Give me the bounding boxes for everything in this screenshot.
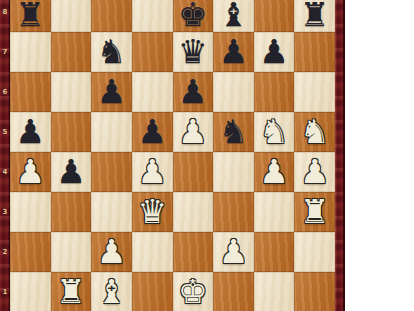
rank-label-8: 8 — [0, 0, 10, 32]
black-pawn-b4[interactable]: ♟ — [51, 152, 92, 192]
white-bishop-c1[interactable]: ♝ — [91, 272, 132, 311]
black-queen-e7[interactable]: ♛ — [173, 32, 214, 72]
square-d8[interactable] — [132, 0, 173, 32]
white-pawn-g4[interactable]: ♟ — [254, 152, 295, 192]
square-c6[interactable]: ♟ — [91, 72, 132, 112]
white-pawn-f2[interactable]: ♟ — [213, 232, 254, 272]
black-pawn-g7[interactable]: ♟ — [254, 32, 295, 72]
square-g3[interactable] — [254, 192, 295, 232]
square-c7[interactable]: ♞ — [91, 32, 132, 72]
square-f1[interactable] — [213, 272, 254, 311]
black-pawn-d5[interactable]: ♟ — [132, 112, 173, 152]
square-b3[interactable] — [51, 192, 92, 232]
square-f7[interactable]: ♟ — [213, 32, 254, 72]
white-rook-h3[interactable]: ♜ — [294, 192, 335, 232]
square-c5[interactable] — [91, 112, 132, 152]
square-d7[interactable] — [132, 32, 173, 72]
square-a5[interactable]: ♟ — [10, 112, 51, 152]
square-d3[interactable]: ♛ — [132, 192, 173, 232]
square-e5[interactable]: ♟ — [173, 112, 214, 152]
square-c8[interactable] — [91, 0, 132, 32]
square-a3[interactable] — [10, 192, 51, 232]
white-knight-g5[interactable]: ♞ — [254, 112, 295, 152]
square-f8[interactable]: ♝ — [213, 0, 254, 32]
white-king-e1[interactable]: ♚ — [173, 272, 214, 311]
rank-label-1: 1 — [0, 272, 10, 311]
black-rook-h8[interactable]: ♜ — [294, 0, 335, 35]
chess-diagram: 87654321 ♜♚♝♜♞♛♟♟♟♟♟♟♟♞♞♞♟♟♟♟♟♛♜♟♟♜♝♚ — [0, 0, 414, 311]
square-d5[interactable]: ♟ — [132, 112, 173, 152]
square-f5[interactable]: ♞ — [213, 112, 254, 152]
square-b1[interactable]: ♜ — [51, 272, 92, 311]
square-d4[interactable]: ♟ — [132, 152, 173, 192]
square-e4[interactable] — [173, 152, 214, 192]
square-e6[interactable]: ♟ — [173, 72, 214, 112]
square-b5[interactable] — [51, 112, 92, 152]
square-d6[interactable] — [132, 72, 173, 112]
square-e1[interactable]: ♚ — [173, 272, 214, 311]
black-knight-f5[interactable]: ♞ — [213, 112, 254, 152]
chess-board: ♜♚♝♜♞♛♟♟♟♟♟♟♟♞♞♞♟♟♟♟♟♛♜♟♟♜♝♚ — [10, 0, 335, 311]
white-knight-h5[interactable]: ♞ — [294, 112, 335, 152]
square-b8[interactable] — [51, 0, 92, 32]
black-pawn-e6[interactable]: ♟ — [173, 72, 214, 112]
white-rook-b1[interactable]: ♜ — [51, 272, 92, 311]
black-king-e8[interactable]: ♚ — [173, 0, 214, 35]
square-e7[interactable]: ♛ — [173, 32, 214, 72]
rank-label-6: 6 — [0, 72, 10, 112]
square-g8[interactable] — [254, 0, 295, 32]
square-b6[interactable] — [51, 72, 92, 112]
square-h3[interactable]: ♜ — [294, 192, 335, 232]
black-knight-c7[interactable]: ♞ — [91, 32, 132, 72]
white-pawn-h4[interactable]: ♟ — [294, 152, 335, 192]
square-g6[interactable] — [254, 72, 295, 112]
square-c1[interactable]: ♝ — [91, 272, 132, 311]
square-h5[interactable]: ♞ — [294, 112, 335, 152]
square-a6[interactable] — [10, 72, 51, 112]
square-c3[interactable] — [91, 192, 132, 232]
square-g4[interactable]: ♟ — [254, 152, 295, 192]
square-h6[interactable] — [294, 72, 335, 112]
square-g5[interactable]: ♞ — [254, 112, 295, 152]
square-h8[interactable]: ♜ — [294, 0, 335, 32]
rank-label-7: 7 — [0, 32, 10, 72]
rank-label-3: 3 — [0, 192, 10, 232]
square-g1[interactable] — [254, 272, 295, 311]
rank-label-4: 4 — [0, 152, 10, 192]
square-a2[interactable] — [10, 232, 51, 272]
rank-label-5: 5 — [0, 112, 10, 152]
black-pawn-f7[interactable]: ♟ — [213, 32, 254, 72]
rank-labels: 87654321 — [0, 0, 10, 311]
white-queen-d3[interactable]: ♛ — [132, 192, 173, 232]
black-bishop-f8[interactable]: ♝ — [213, 0, 254, 35]
square-g2[interactable] — [254, 232, 295, 272]
black-rook-a8[interactable]: ♜ — [10, 0, 51, 35]
square-f4[interactable] — [213, 152, 254, 192]
square-d2[interactable] — [132, 232, 173, 272]
square-f2[interactable]: ♟ — [213, 232, 254, 272]
square-e2[interactable] — [173, 232, 214, 272]
square-b2[interactable] — [51, 232, 92, 272]
white-pawn-c2[interactable]: ♟ — [91, 232, 132, 272]
square-h4[interactable]: ♟ — [294, 152, 335, 192]
square-c4[interactable] — [91, 152, 132, 192]
white-pawn-d4[interactable]: ♟ — [132, 152, 173, 192]
square-a1[interactable] — [10, 272, 51, 311]
rank-label-2: 2 — [0, 232, 10, 272]
black-pawn-a5[interactable]: ♟ — [10, 112, 51, 152]
board-frame-right — [335, 0, 345, 311]
square-c2[interactable]: ♟ — [91, 232, 132, 272]
square-d1[interactable] — [132, 272, 173, 311]
white-pawn-e5[interactable]: ♟ — [173, 112, 214, 152]
square-h1[interactable] — [294, 272, 335, 311]
square-b4[interactable]: ♟ — [51, 152, 92, 192]
square-b7[interactable] — [51, 32, 92, 72]
square-e3[interactable] — [173, 192, 214, 232]
square-f6[interactable] — [213, 72, 254, 112]
square-h7[interactable] — [294, 32, 335, 72]
square-e8[interactable]: ♚ — [173, 0, 214, 32]
black-pawn-c6[interactable]: ♟ — [91, 72, 132, 112]
square-a4[interactable]: ♟ — [10, 152, 51, 192]
square-h2[interactable] — [294, 232, 335, 272]
square-a8[interactable]: ♜ — [10, 0, 51, 32]
square-g7[interactable]: ♟ — [254, 32, 295, 72]
square-a7[interactable] — [10, 32, 51, 72]
square-f3[interactable] — [213, 192, 254, 232]
white-pawn-a4[interactable]: ♟ — [10, 152, 51, 192]
